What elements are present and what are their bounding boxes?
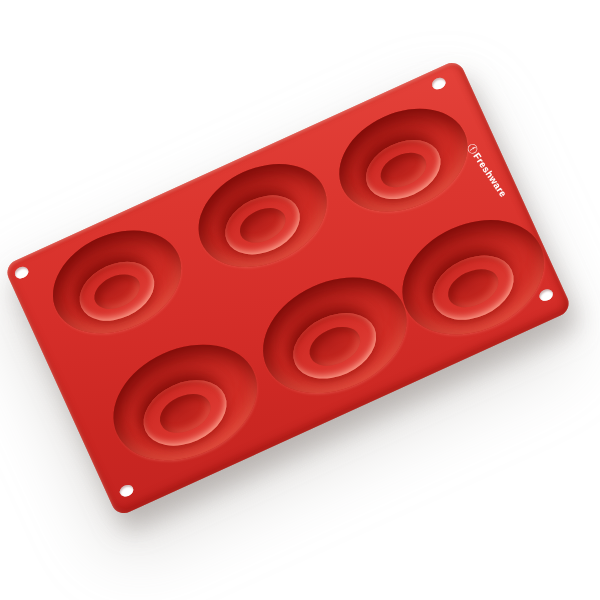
cavity-ring [216,185,309,266]
cavity-ring [133,368,237,459]
mold-cavity [36,211,197,353]
cavity-ring-center [375,146,432,194]
brand-mark: ⓕ Freshware [465,142,509,199]
corner-hole [430,76,447,92]
mold-cavity [384,198,563,356]
cavity-ring [283,301,387,392]
cavity-ring-center [154,387,217,441]
cavity-ring-center [442,262,505,315]
mold-shadow-wrapper: ⓕ Freshware [0,0,600,600]
cavity-ring-center [89,268,146,316]
brand-label: Freshware [471,151,509,199]
product-photo: ⓕ Freshware [0,0,600,600]
baking-mold: ⓕ Freshware [3,59,572,517]
corner-hole [538,287,555,303]
mold-cavity [182,144,343,286]
mold-cavity [244,256,425,416]
corner-hole [13,265,30,281]
cavity-ring-center [303,319,366,373]
mold-cavity [95,323,276,483]
cavity-ring [71,251,164,332]
mold-cavity [323,89,484,231]
cavity-ring-center [234,201,291,249]
cavity-ring [357,129,450,210]
cavity-ring [422,243,525,333]
corner-hole [118,483,135,499]
